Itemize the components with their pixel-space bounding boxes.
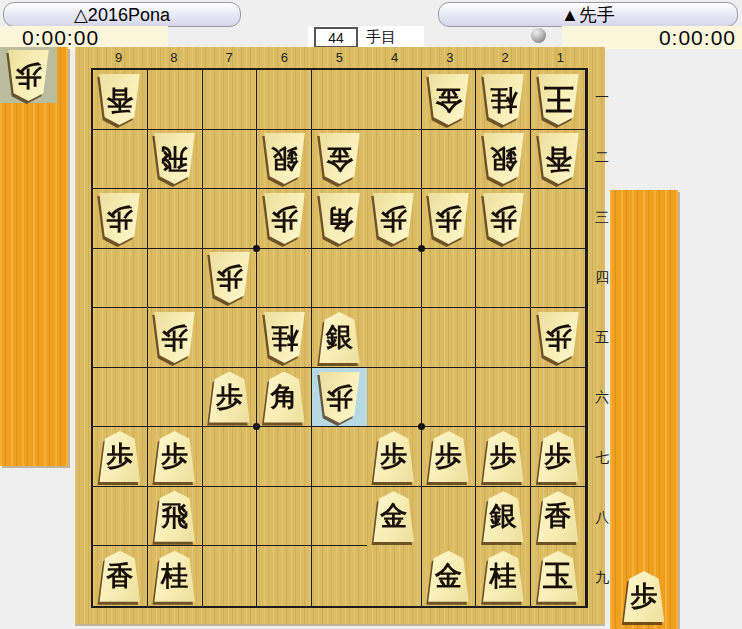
- square-26[interactable]: [476, 368, 531, 428]
- piece-sente-gyoku[interactable]: 玉: [536, 551, 581, 602]
- piece-gote-fu[interactable]: 歩: [262, 193, 307, 244]
- square-29[interactable]: 桂: [476, 546, 531, 606]
- square-51[interactable]: [312, 70, 367, 130]
- square-15[interactable]: 歩: [531, 308, 586, 368]
- file-label-8: 8: [146, 50, 201, 67]
- square-49[interactable]: [367, 546, 422, 606]
- square-41[interactable]: [367, 70, 422, 130]
- gote-captured-tray: 歩: [0, 47, 68, 466]
- sente-captured-tray: 歩: [610, 190, 678, 629]
- square-61[interactable]: [257, 70, 312, 130]
- square-27[interactable]: 歩: [476, 427, 531, 487]
- gote-clock: 0:00:00: [0, 26, 168, 49]
- square-53[interactable]: 角: [312, 189, 367, 249]
- square-67[interactable]: [257, 427, 312, 487]
- square-75[interactable]: [203, 308, 258, 368]
- square-64[interactable]: [257, 249, 312, 309]
- piece-gote-fu[interactable]: 歩: [481, 193, 526, 244]
- square-25[interactable]: [476, 308, 531, 368]
- rank-labels: 一二三四五六七八九: [592, 68, 612, 608]
- square-45[interactable]: [367, 308, 422, 368]
- square-21[interactable]: 桂: [476, 70, 531, 130]
- square-33[interactable]: 歩: [422, 189, 477, 249]
- rank-label-1: 一: [592, 68, 612, 128]
- square-46[interactable]: [367, 368, 422, 428]
- square-13[interactable]: [531, 189, 586, 249]
- square-77[interactable]: [203, 427, 258, 487]
- rank-label-3: 三: [592, 188, 612, 248]
- square-58[interactable]: [312, 487, 367, 547]
- square-14[interactable]: [531, 249, 586, 309]
- square-88[interactable]: 飛: [148, 487, 203, 547]
- square-52[interactable]: 金: [312, 130, 367, 190]
- piece-sente-fu[interactable]: 歩: [481, 431, 526, 482]
- sente-captured-pawn-cell[interactable]: 歩: [610, 571, 678, 622]
- turn-indicator-orb-icon: [531, 28, 546, 43]
- square-86[interactable]: [148, 368, 203, 428]
- piece-gote-fu[interactable]: 歩: [317, 372, 362, 423]
- rank-label-8: 八: [592, 488, 612, 548]
- piece-sente-fu[interactable]: 歩: [152, 431, 197, 482]
- piece-gote-kaku[interactable]: 角: [317, 193, 362, 244]
- square-93[interactable]: 歩: [93, 189, 148, 249]
- file-label-1: 1: [533, 50, 588, 67]
- square-85[interactable]: 歩: [148, 308, 203, 368]
- square-57[interactable]: [312, 427, 367, 487]
- piece-gote-fu[interactable]: 歩: [536, 312, 581, 363]
- piece-gote-hisha[interactable]: 飛: [152, 133, 197, 184]
- square-34[interactable]: [422, 249, 477, 309]
- sente-name-plate: ▲先手: [438, 2, 738, 27]
- square-79[interactable]: [203, 546, 258, 606]
- square-18[interactable]: 香: [531, 487, 586, 547]
- piece-sente-fu[interactable]: 歩: [207, 372, 252, 423]
- piece-gote-fu[interactable]: 歩: [6, 50, 51, 101]
- file-label-3: 3: [422, 50, 477, 67]
- square-92[interactable]: [93, 130, 148, 190]
- piece-sente-keima[interactable]: 桂: [152, 551, 197, 602]
- square-65[interactable]: 桂: [257, 308, 312, 368]
- gote-clock-value: 0:00:00: [22, 26, 99, 50]
- piece-sente-kyosha[interactable]: 香: [97, 551, 142, 602]
- square-17[interactable]: 歩: [531, 427, 586, 487]
- square-44[interactable]: [367, 249, 422, 309]
- square-35[interactable]: [422, 308, 477, 368]
- move-counter: 44 手目: [308, 26, 424, 49]
- square-62[interactable]: 銀: [257, 130, 312, 190]
- file-label-4: 4: [367, 50, 422, 67]
- rank-label-2: 二: [592, 128, 612, 188]
- gote-captured-pawn-cell[interactable]: 歩: [0, 47, 57, 103]
- square-96[interactable]: [93, 368, 148, 428]
- file-label-9: 9: [91, 50, 146, 67]
- file-label-5: 5: [312, 50, 367, 67]
- square-36[interactable]: [422, 368, 477, 428]
- move-number-label: 手目: [366, 28, 396, 47]
- piece-gote-kyosha[interactable]: 香: [536, 133, 581, 184]
- file-label-2: 2: [478, 50, 533, 67]
- piece-gote-gin[interactable]: 銀: [262, 133, 307, 184]
- square-91[interactable]: 香: [93, 70, 148, 130]
- square-66[interactable]: 角: [257, 368, 312, 428]
- square-32[interactable]: [422, 130, 477, 190]
- square-73[interactable]: [203, 189, 258, 249]
- square-84[interactable]: [148, 249, 203, 309]
- piece-sente-hisha[interactable]: 飛: [152, 491, 197, 542]
- piece-gote-kin[interactable]: 金: [426, 74, 471, 125]
- piece-sente-kaku[interactable]: 角: [262, 372, 307, 423]
- piece-gote-fu[interactable]: 歩: [371, 193, 416, 244]
- piece-sente-fu[interactable]: 歩: [426, 431, 471, 482]
- gote-name-plate: △2016Pona: [3, 2, 241, 27]
- rank-label-6: 六: [592, 368, 612, 428]
- piece-gote-ou[interactable]: 王: [536, 74, 581, 125]
- square-23[interactable]: 歩: [476, 189, 531, 249]
- rank-label-9: 九: [592, 548, 612, 608]
- square-82[interactable]: 飛: [148, 130, 203, 190]
- piece-sente-fu[interactable]: 歩: [97, 431, 142, 482]
- piece-sente-kin[interactable]: 金: [371, 491, 416, 542]
- piece-sente-keima[interactable]: 桂: [481, 551, 526, 602]
- rank-label-4: 四: [592, 248, 612, 308]
- sente-clock: 0:00:00: [562, 26, 742, 49]
- shogi-board-panel: 987654321 一二三四五六七八九 香金桂王飛銀金銀香歩歩角歩歩歩歩歩桂銀歩…: [75, 47, 605, 624]
- square-24[interactable]: [476, 249, 531, 309]
- square-98[interactable]: [93, 487, 148, 547]
- piece-gote-kin[interactable]: 金: [317, 133, 362, 184]
- piece-gote-fu[interactable]: 歩: [152, 312, 197, 363]
- square-94[interactable]: [93, 249, 148, 309]
- piece-gote-kyosha[interactable]: 香: [97, 74, 142, 125]
- piece-sente-fu[interactable]: 歩: [371, 431, 416, 482]
- square-89[interactable]: 桂: [148, 546, 203, 606]
- rank-label-7: 七: [592, 428, 612, 488]
- square-63[interactable]: 歩: [257, 189, 312, 249]
- piece-gote-keima[interactable]: 桂: [481, 74, 526, 125]
- file-label-7: 7: [201, 50, 256, 67]
- gote-name-label: △2016Pona: [74, 4, 170, 26]
- square-68[interactable]: [257, 487, 312, 547]
- square-16[interactable]: [531, 368, 586, 428]
- piece-sente-fu[interactable]: 歩: [536, 431, 581, 482]
- square-97[interactable]: 歩: [93, 427, 148, 487]
- rank-label-5: 五: [592, 308, 612, 368]
- square-11[interactable]: 王: [531, 70, 586, 130]
- square-55[interactable]: 銀: [312, 308, 367, 368]
- piece-sente-gin[interactable]: 銀: [317, 312, 362, 363]
- square-78[interactable]: [203, 487, 258, 547]
- square-59[interactable]: [312, 546, 367, 606]
- square-95[interactable]: [93, 308, 148, 368]
- square-83[interactable]: [148, 189, 203, 249]
- file-label-6: 6: [257, 50, 312, 67]
- square-12[interactable]: 香: [531, 130, 586, 190]
- piece-sente-kin[interactable]: 金: [426, 551, 471, 602]
- square-56[interactable]: 歩: [312, 368, 367, 428]
- piece-sente-gin[interactable]: 銀: [481, 491, 526, 542]
- board-grid: 香金桂王飛銀金銀香歩歩角歩歩歩歩歩桂銀歩歩角歩歩歩歩歩歩歩飛金銀香香桂金桂玉: [91, 68, 588, 608]
- square-43[interactable]: 歩: [367, 189, 422, 249]
- square-28[interactable]: 銀: [476, 487, 531, 547]
- piece-gote-fu[interactable]: 歩: [426, 193, 471, 244]
- square-22[interactable]: 銀: [476, 130, 531, 190]
- square-39[interactable]: 金: [422, 546, 477, 606]
- square-48[interactable]: 金: [367, 487, 422, 547]
- sente-clock-value: 0:00:00: [659, 26, 736, 50]
- square-19[interactable]: 玉: [531, 546, 586, 606]
- piece-sente-fu[interactable]: 歩: [622, 571, 667, 622]
- shogi-app: △2016Pona ▲先手 0:00:00 0:00:00 44 手目 歩 98…: [0, 0, 742, 629]
- piece-gote-fu[interactable]: 歩: [97, 193, 142, 244]
- square-42[interactable]: [367, 130, 422, 190]
- square-37[interactable]: 歩: [422, 427, 477, 487]
- piece-gote-gin[interactable]: 銀: [481, 133, 526, 184]
- sente-name-label: ▲先手: [561, 3, 615, 27]
- square-31[interactable]: 金: [422, 70, 477, 130]
- file-labels: 987654321: [91, 50, 588, 67]
- square-54[interactable]: [312, 249, 367, 309]
- square-47[interactable]: 歩: [367, 427, 422, 487]
- move-number-box: 44: [314, 27, 358, 48]
- square-81[interactable]: [148, 70, 203, 130]
- square-87[interactable]: 歩: [148, 427, 203, 487]
- piece-sente-kyosha[interactable]: 香: [536, 491, 581, 542]
- square-38[interactable]: [422, 487, 477, 547]
- square-72[interactable]: [203, 130, 258, 190]
- square-74[interactable]: 歩: [203, 249, 258, 309]
- piece-gote-fu[interactable]: 歩: [207, 252, 252, 303]
- square-69[interactable]: [257, 546, 312, 606]
- square-71[interactable]: [203, 70, 258, 130]
- piece-gote-keima[interactable]: 桂: [262, 312, 307, 363]
- square-76[interactable]: 歩: [203, 368, 258, 428]
- square-99[interactable]: 香: [93, 546, 148, 606]
